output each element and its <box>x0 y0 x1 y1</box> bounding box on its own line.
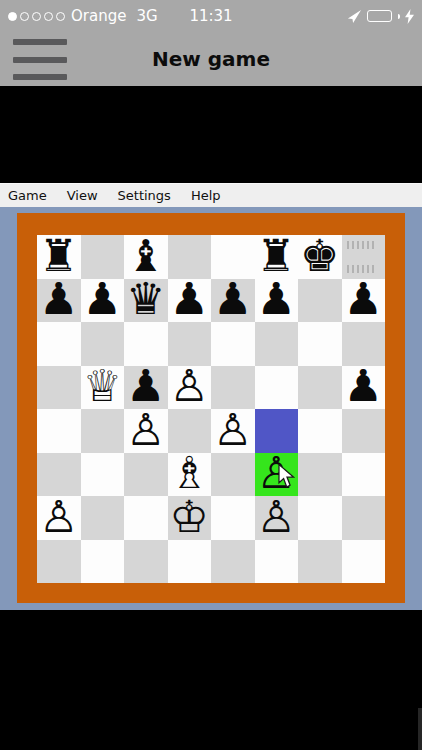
square-d7[interactable]: ♟ <box>168 279 212 323</box>
square-a6[interactable] <box>37 322 81 366</box>
square-d2[interactable]: ♔ <box>168 496 212 540</box>
piece-white-bishop: ♗ <box>170 451 209 495</box>
square-f7[interactable]: ♟ <box>255 279 299 323</box>
square-h8[interactable] <box>342 235 386 279</box>
nav-bar: New game <box>0 32 422 86</box>
square-h6[interactable] <box>342 322 386 366</box>
square-h2[interactable] <box>342 496 386 540</box>
bottom-black-region <box>0 610 422 750</box>
piece-white-pawn: ♙ <box>39 495 78 539</box>
piece-black-pawn: ♟ <box>257 277 296 321</box>
square-a3[interactable] <box>37 453 81 497</box>
square-e5[interactable] <box>211 366 255 410</box>
square-c4[interactable]: ♙ <box>124 409 168 453</box>
piece-black-pawn: ♟ <box>344 277 383 321</box>
square-h4[interactable] <box>342 409 386 453</box>
square-e7[interactable]: ♟ <box>211 279 255 323</box>
piece-black-queen: ♛ <box>126 277 165 321</box>
square-b4[interactable] <box>81 409 125 453</box>
square-a8[interactable]: ♜ <box>37 235 81 279</box>
square-b2[interactable] <box>81 496 125 540</box>
square-f4[interactable] <box>255 409 299 453</box>
square-e8[interactable] <box>211 235 255 279</box>
square-c6[interactable] <box>124 322 168 366</box>
piece-white-queen: ♕ <box>83 364 122 408</box>
piece-black-pawn: ♟ <box>213 277 252 321</box>
square-e1[interactable] <box>211 540 255 584</box>
bottom-right-strip <box>418 708 422 750</box>
board-area: ♜♝♜♚♟♟♛♟♟♟♟♕♟♙♟♙♙♗♙♙♔♙ <box>0 207 422 610</box>
square-f5[interactable] <box>255 366 299 410</box>
square-d6[interactable] <box>168 322 212 366</box>
square-e3[interactable] <box>211 453 255 497</box>
square-a5[interactable] <box>37 366 81 410</box>
piece-black-pawn: ♟ <box>126 364 165 408</box>
menu-item-settings[interactable]: Settings <box>108 188 181 203</box>
menu-item-game[interactable]: Game <box>8 188 57 203</box>
square-a7[interactable]: ♟ <box>37 279 81 323</box>
piece-black-bishop: ♝ <box>126 234 165 278</box>
board-frame: ♜♝♜♚♟♟♛♟♟♟♟♕♟♙♟♙♙♗♙♙♔♙ <box>17 213 405 603</box>
square-g4[interactable] <box>298 409 342 453</box>
square-f6[interactable] <box>255 322 299 366</box>
square-b8[interactable] <box>81 235 125 279</box>
mouse-cursor-icon <box>278 464 295 489</box>
piece-white-pawn: ♙ <box>213 408 252 452</box>
menu-item-view[interactable]: View <box>57 188 108 203</box>
charging-bolt-icon <box>405 9 414 24</box>
app-window: Orange 3G 11:31 New game Game View Setti… <box>0 0 422 750</box>
square-c1[interactable] <box>124 540 168 584</box>
square-b6[interactable] <box>81 322 125 366</box>
square-c2[interactable] <box>124 496 168 540</box>
square-g6[interactable] <box>298 322 342 366</box>
hamburger-menu-button[interactable] <box>13 39 67 80</box>
status-bar: Orange 3G 11:31 <box>0 0 422 32</box>
square-d8[interactable] <box>168 235 212 279</box>
piece-white-pawn: ♙ <box>126 408 165 452</box>
piece-black-pawn: ♟ <box>344 364 383 408</box>
square-g2[interactable] <box>298 496 342 540</box>
battery-nub <box>398 14 400 19</box>
menu-bar: Game View Settings Help <box>0 183 422 207</box>
square-c7[interactable]: ♛ <box>124 279 168 323</box>
square-f2[interactable]: ♙ <box>255 496 299 540</box>
piece-black-rook: ♜ <box>257 234 296 278</box>
page-title: New game <box>152 47 270 71</box>
top-black-region <box>0 86 422 183</box>
square-h1[interactable] <box>342 540 386 584</box>
menu-item-help[interactable]: Help <box>181 188 231 203</box>
square-c8[interactable]: ♝ <box>124 235 168 279</box>
piece-white-king: ♔ <box>170 495 209 539</box>
piece-black-pawn: ♟ <box>83 277 122 321</box>
square-a4[interactable] <box>37 409 81 453</box>
piece-white-pawn: ♙ <box>170 364 209 408</box>
square-b3[interactable] <box>81 453 125 497</box>
piece-black-king: ♚ <box>300 234 339 278</box>
square-g5[interactable] <box>298 366 342 410</box>
square-g3[interactable] <box>298 453 342 497</box>
square-g7[interactable] <box>298 279 342 323</box>
square-d1[interactable] <box>168 540 212 584</box>
square-c5[interactable]: ♟ <box>124 366 168 410</box>
piece-black-pawn: ♟ <box>39 277 78 321</box>
piece-black-rook: ♜ <box>39 234 78 278</box>
square-h7[interactable]: ♟ <box>342 279 386 323</box>
piece-black-pawn: ♟ <box>170 277 209 321</box>
piece-white-pawn: ♙ <box>257 495 296 539</box>
square-a2[interactable]: ♙ <box>37 496 81 540</box>
square-f8[interactable]: ♜ <box>255 235 299 279</box>
square-e6[interactable] <box>211 322 255 366</box>
square-d4[interactable] <box>168 409 212 453</box>
square-b7[interactable]: ♟ <box>81 279 125 323</box>
location-arrow-icon <box>347 9 362 24</box>
square-e4[interactable]: ♙ <box>211 409 255 453</box>
square-b5[interactable]: ♕ <box>81 366 125 410</box>
square-a1[interactable] <box>37 540 81 584</box>
battery-icon <box>367 10 392 22</box>
square-e2[interactable] <box>211 496 255 540</box>
chess-board: ♜♝♜♚♟♟♛♟♟♟♟♕♟♙♟♙♙♗♙♙♔♙ <box>37 235 385 583</box>
square-h5[interactable]: ♟ <box>342 366 386 410</box>
square-d5[interactable]: ♙ <box>168 366 212 410</box>
square-f1[interactable] <box>255 540 299 584</box>
square-b1[interactable] <box>81 540 125 584</box>
square-g1[interactable] <box>298 540 342 584</box>
square-c3[interactable] <box>124 453 168 497</box>
square-h3[interactable] <box>342 453 386 497</box>
square-g8[interactable]: ♚ <box>298 235 342 279</box>
square-d3[interactable]: ♗ <box>168 453 212 497</box>
